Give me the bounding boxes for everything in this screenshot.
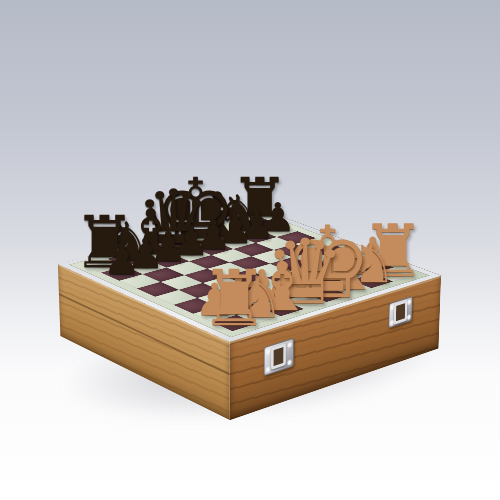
piece-white-rook-a1: ♜ [196,260,273,337]
piece-black-pawn-a7: ♟ [101,239,143,281]
photo-scene: ♜♞♝♛♚♝♞♜♟♟♟♟♟♟♟♟♟♟♟♟♟♟♟♟♜♞♝♛♚♝♞♜ [0,0,500,500]
pieces-layer: ♜♞♝♛♚♝♞♜♟♟♟♟♟♟♟♟♟♟♟♟♟♟♟♟♜♞♝♛♚♝♞♜ [0,0,500,500]
